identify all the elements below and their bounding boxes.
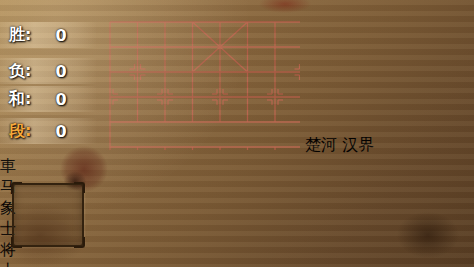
board-frame — [99, 3, 346, 264]
box-corner-ornament — [11, 182, 22, 193]
stat-wins-value: 0 — [55, 26, 66, 45]
stat-losses-label: 负: — [9, 61, 31, 82]
stat-wins-label: 胜: — [9, 25, 31, 46]
stat-draws-label: 和: — [9, 89, 31, 110]
piece-character: 士 — [0, 261, 16, 267]
box-corner-ornament — [11, 237, 22, 248]
xiangqi-app-window: 胜: 0 负: 0 和: 0 段: 0 楚河 汉界 車马象士将士象車砲马砲卒卒卒… — [0, 0, 474, 267]
stat-losses-value: 0 — [55, 62, 66, 81]
box-corner-ornament — [74, 182, 85, 193]
stat-rank-label: 段: — [9, 121, 31, 142]
stat-draws-value: 0 — [55, 90, 66, 109]
captured-pieces-box — [12, 183, 84, 247]
piece-character: 車 — [0, 156, 16, 175]
stat-rank: 段: 0 — [9, 120, 97, 142]
stat-draws: 和: 0 — [9, 88, 97, 110]
stat-losses: 负: 0 — [9, 60, 97, 82]
river-label-right: 汉界 — [342, 135, 374, 154]
box-corner-ornament — [74, 237, 85, 248]
stat-rank-value: 0 — [55, 122, 66, 141]
stat-wins: 胜: 0 — [9, 24, 97, 46]
